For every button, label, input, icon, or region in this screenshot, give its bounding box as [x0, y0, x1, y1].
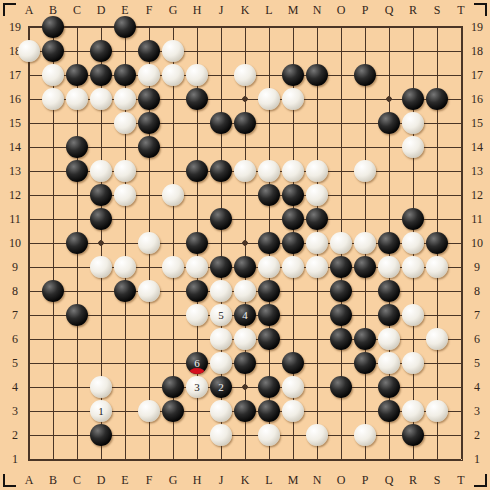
- intersection-Q1[interactable]: [377, 447, 401, 471]
- intersection-L10[interactable]: [257, 231, 281, 255]
- intersection-D14[interactable]: [89, 135, 113, 159]
- intersection-C13[interactable]: [65, 159, 89, 183]
- intersection-R1[interactable]: [401, 447, 425, 471]
- intersection-M19[interactable]: [281, 15, 305, 39]
- intersection-D15[interactable]: [89, 111, 113, 135]
- intersection-R8[interactable]: [401, 279, 425, 303]
- intersection-A19[interactable]: [17, 15, 41, 39]
- intersection-B19[interactable]: [41, 15, 65, 39]
- intersection-E17[interactable]: [113, 63, 137, 87]
- intersection-N14[interactable]: [305, 135, 329, 159]
- intersection-F15[interactable]: [137, 111, 161, 135]
- intersection-T18[interactable]: [449, 39, 473, 63]
- intersection-A16[interactable]: [17, 87, 41, 111]
- intersection-P4[interactable]: [353, 375, 377, 399]
- intersection-J7[interactable]: 5: [209, 303, 233, 327]
- intersection-A12[interactable]: [17, 183, 41, 207]
- intersection-K9[interactable]: [233, 255, 257, 279]
- intersection-D16[interactable]: [89, 87, 113, 111]
- intersection-R19[interactable]: [401, 15, 425, 39]
- intersection-G6[interactable]: [161, 327, 185, 351]
- intersection-M8[interactable]: [281, 279, 305, 303]
- intersection-L9[interactable]: [257, 255, 281, 279]
- intersection-O9[interactable]: [329, 255, 353, 279]
- intersection-P12[interactable]: [353, 183, 377, 207]
- intersection-K15[interactable]: [233, 111, 257, 135]
- intersection-C5[interactable]: [65, 351, 89, 375]
- intersection-H4[interactable]: 3: [185, 375, 209, 399]
- intersection-T1[interactable]: [449, 447, 473, 471]
- intersection-C3[interactable]: [65, 399, 89, 423]
- intersection-T12[interactable]: [449, 183, 473, 207]
- intersection-R9[interactable]: [401, 255, 425, 279]
- intersection-P5[interactable]: [353, 351, 377, 375]
- intersection-C16[interactable]: [65, 87, 89, 111]
- intersection-M3[interactable]: [281, 399, 305, 423]
- intersection-D17[interactable]: [89, 63, 113, 87]
- intersection-D18[interactable]: [89, 39, 113, 63]
- intersection-B2[interactable]: [41, 423, 65, 447]
- intersection-N19[interactable]: [305, 15, 329, 39]
- intersection-J14[interactable]: [209, 135, 233, 159]
- intersection-B7[interactable]: [41, 303, 65, 327]
- intersection-S15[interactable]: [425, 111, 449, 135]
- intersection-S19[interactable]: [425, 15, 449, 39]
- intersection-R18[interactable]: [401, 39, 425, 63]
- intersection-E8[interactable]: [113, 279, 137, 303]
- intersection-O8[interactable]: [329, 279, 353, 303]
- intersection-O14[interactable]: [329, 135, 353, 159]
- intersection-A3[interactable]: [17, 399, 41, 423]
- intersection-C19[interactable]: [65, 15, 89, 39]
- intersection-G1[interactable]: [161, 447, 185, 471]
- intersection-F18[interactable]: [137, 39, 161, 63]
- intersection-Q16[interactable]: [377, 87, 401, 111]
- intersection-O7[interactable]: [329, 303, 353, 327]
- intersection-F14[interactable]: [137, 135, 161, 159]
- intersection-O12[interactable]: [329, 183, 353, 207]
- intersection-G14[interactable]: [161, 135, 185, 159]
- intersection-L15[interactable]: [257, 111, 281, 135]
- intersection-G2[interactable]: [161, 423, 185, 447]
- intersection-J19[interactable]: [209, 15, 233, 39]
- intersection-E1[interactable]: [113, 447, 137, 471]
- intersection-K8[interactable]: [233, 279, 257, 303]
- intersection-P8[interactable]: [353, 279, 377, 303]
- intersection-S2[interactable]: [425, 423, 449, 447]
- intersection-K10[interactable]: [233, 231, 257, 255]
- intersection-P17[interactable]: [353, 63, 377, 87]
- intersection-M18[interactable]: [281, 39, 305, 63]
- intersection-O3[interactable]: [329, 399, 353, 423]
- intersection-T17[interactable]: [449, 63, 473, 87]
- intersection-T3[interactable]: [449, 399, 473, 423]
- intersection-D1[interactable]: [89, 447, 113, 471]
- intersection-H6[interactable]: [185, 327, 209, 351]
- intersection-K16[interactable]: [233, 87, 257, 111]
- intersection-H1[interactable]: [185, 447, 209, 471]
- intersection-P10[interactable]: [353, 231, 377, 255]
- intersection-P7[interactable]: [353, 303, 377, 327]
- intersection-J11[interactable]: [209, 207, 233, 231]
- intersection-J16[interactable]: [209, 87, 233, 111]
- intersection-S11[interactable]: [425, 207, 449, 231]
- intersection-F10[interactable]: [137, 231, 161, 255]
- intersection-F9[interactable]: [137, 255, 161, 279]
- intersection-N12[interactable]: [305, 183, 329, 207]
- intersection-H14[interactable]: [185, 135, 209, 159]
- intersection-T4[interactable]: [449, 375, 473, 399]
- intersection-T15[interactable]: [449, 111, 473, 135]
- intersection-H9[interactable]: [185, 255, 209, 279]
- intersection-A18[interactable]: [17, 39, 41, 63]
- intersection-A11[interactable]: [17, 207, 41, 231]
- intersection-J3[interactable]: [209, 399, 233, 423]
- intersection-D3[interactable]: 1: [89, 399, 113, 423]
- intersection-N11[interactable]: [305, 207, 329, 231]
- intersection-C1[interactable]: [65, 447, 89, 471]
- intersection-F2[interactable]: [137, 423, 161, 447]
- intersection-M15[interactable]: [281, 111, 305, 135]
- intersection-E12[interactable]: [113, 183, 137, 207]
- intersection-G8[interactable]: [161, 279, 185, 303]
- intersection-N16[interactable]: [305, 87, 329, 111]
- intersection-S18[interactable]: [425, 39, 449, 63]
- intersection-K5[interactable]: [233, 351, 257, 375]
- intersection-P16[interactable]: [353, 87, 377, 111]
- intersection-N2[interactable]: [305, 423, 329, 447]
- intersection-A4[interactable]: [17, 375, 41, 399]
- intersection-R5[interactable]: [401, 351, 425, 375]
- intersection-K4[interactable]: [233, 375, 257, 399]
- intersection-T9[interactable]: [449, 255, 473, 279]
- intersection-A13[interactable]: [17, 159, 41, 183]
- intersection-C14[interactable]: [65, 135, 89, 159]
- intersection-R2[interactable]: [401, 423, 425, 447]
- intersection-C2[interactable]: [65, 423, 89, 447]
- intersection-A10[interactable]: [17, 231, 41, 255]
- intersection-T10[interactable]: [449, 231, 473, 255]
- intersection-L14[interactable]: [257, 135, 281, 159]
- intersection-O13[interactable]: [329, 159, 353, 183]
- intersection-Q12[interactable]: [377, 183, 401, 207]
- intersection-P13[interactable]: [353, 159, 377, 183]
- intersection-S1[interactable]: [425, 447, 449, 471]
- intersection-Q11[interactable]: [377, 207, 401, 231]
- intersection-S7[interactable]: [425, 303, 449, 327]
- intersection-T5[interactable]: [449, 351, 473, 375]
- intersection-H13[interactable]: [185, 159, 209, 183]
- intersection-G18[interactable]: [161, 39, 185, 63]
- intersection-H15[interactable]: [185, 111, 209, 135]
- intersection-S6[interactable]: [425, 327, 449, 351]
- intersection-B8[interactable]: [41, 279, 65, 303]
- intersection-S14[interactable]: [425, 135, 449, 159]
- intersection-C12[interactable]: [65, 183, 89, 207]
- intersection-S9[interactable]: [425, 255, 449, 279]
- intersection-L12[interactable]: [257, 183, 281, 207]
- intersection-K3[interactable]: [233, 399, 257, 423]
- intersection-E11[interactable]: [113, 207, 137, 231]
- intersection-F13[interactable]: [137, 159, 161, 183]
- intersection-K2[interactable]: [233, 423, 257, 447]
- intersection-E5[interactable]: [113, 351, 137, 375]
- intersection-M5[interactable]: [281, 351, 305, 375]
- intersection-N8[interactable]: [305, 279, 329, 303]
- intersection-H12[interactable]: [185, 183, 209, 207]
- intersection-D12[interactable]: [89, 183, 113, 207]
- intersection-S3[interactable]: [425, 399, 449, 423]
- intersection-B9[interactable]: [41, 255, 65, 279]
- intersection-H19[interactable]: [185, 15, 209, 39]
- intersection-F17[interactable]: [137, 63, 161, 87]
- intersection-B15[interactable]: [41, 111, 65, 135]
- intersection-D8[interactable]: [89, 279, 113, 303]
- intersection-L1[interactable]: [257, 447, 281, 471]
- intersection-T16[interactable]: [449, 87, 473, 111]
- intersection-D11[interactable]: [89, 207, 113, 231]
- intersection-G3[interactable]: [161, 399, 185, 423]
- intersection-O2[interactable]: [329, 423, 353, 447]
- intersection-S13[interactable]: [425, 159, 449, 183]
- intersection-K6[interactable]: [233, 327, 257, 351]
- intersection-H10[interactable]: [185, 231, 209, 255]
- intersection-D6[interactable]: [89, 327, 113, 351]
- intersection-P6[interactable]: [353, 327, 377, 351]
- intersection-A8[interactable]: [17, 279, 41, 303]
- intersection-E9[interactable]: [113, 255, 137, 279]
- intersection-M9[interactable]: [281, 255, 305, 279]
- intersection-D19[interactable]: [89, 15, 113, 39]
- intersection-E14[interactable]: [113, 135, 137, 159]
- intersection-C11[interactable]: [65, 207, 89, 231]
- intersection-N15[interactable]: [305, 111, 329, 135]
- intersection-F19[interactable]: [137, 15, 161, 39]
- intersection-F7[interactable]: [137, 303, 161, 327]
- intersection-B1[interactable]: [41, 447, 65, 471]
- intersection-F5[interactable]: [137, 351, 161, 375]
- intersection-B18[interactable]: [41, 39, 65, 63]
- intersection-T11[interactable]: [449, 207, 473, 231]
- intersection-R17[interactable]: [401, 63, 425, 87]
- intersection-A1[interactable]: [17, 447, 41, 471]
- intersection-C18[interactable]: [65, 39, 89, 63]
- intersection-B12[interactable]: [41, 183, 65, 207]
- intersection-D13[interactable]: [89, 159, 113, 183]
- intersection-K7[interactable]: 4: [233, 303, 257, 327]
- intersection-A2[interactable]: [17, 423, 41, 447]
- intersection-K1[interactable]: [233, 447, 257, 471]
- intersection-K11[interactable]: [233, 207, 257, 231]
- intersection-N18[interactable]: [305, 39, 329, 63]
- intersection-N6[interactable]: [305, 327, 329, 351]
- intersection-E15[interactable]: [113, 111, 137, 135]
- intersection-G11[interactable]: [161, 207, 185, 231]
- intersection-N7[interactable]: [305, 303, 329, 327]
- intersection-G19[interactable]: [161, 15, 185, 39]
- intersection-J4[interactable]: 2: [209, 375, 233, 399]
- intersection-L5[interactable]: [257, 351, 281, 375]
- intersection-A5[interactable]: [17, 351, 41, 375]
- intersection-J8[interactable]: [209, 279, 233, 303]
- intersection-N1[interactable]: [305, 447, 329, 471]
- intersection-M11[interactable]: [281, 207, 305, 231]
- intersection-R14[interactable]: [401, 135, 425, 159]
- intersection-P2[interactable]: [353, 423, 377, 447]
- intersection-H16[interactable]: [185, 87, 209, 111]
- intersection-M6[interactable]: [281, 327, 305, 351]
- intersection-Q17[interactable]: [377, 63, 401, 87]
- intersection-J12[interactable]: [209, 183, 233, 207]
- intersection-D10[interactable]: [89, 231, 113, 255]
- intersection-A14[interactable]: [17, 135, 41, 159]
- intersection-M16[interactable]: [281, 87, 305, 111]
- intersection-G10[interactable]: [161, 231, 185, 255]
- intersection-L19[interactable]: [257, 15, 281, 39]
- intersection-E7[interactable]: [113, 303, 137, 327]
- intersection-B14[interactable]: [41, 135, 65, 159]
- intersection-J1[interactable]: [209, 447, 233, 471]
- intersection-R4[interactable]: [401, 375, 425, 399]
- intersection-C6[interactable]: [65, 327, 89, 351]
- intersection-S17[interactable]: [425, 63, 449, 87]
- intersection-A15[interactable]: [17, 111, 41, 135]
- intersection-H2[interactable]: [185, 423, 209, 447]
- intersection-D9[interactable]: [89, 255, 113, 279]
- intersection-J13[interactable]: [209, 159, 233, 183]
- intersection-G9[interactable]: [161, 255, 185, 279]
- intersection-R16[interactable]: [401, 87, 425, 111]
- intersection-N9[interactable]: [305, 255, 329, 279]
- intersection-N3[interactable]: [305, 399, 329, 423]
- intersection-Q6[interactable]: [377, 327, 401, 351]
- intersection-N5[interactable]: [305, 351, 329, 375]
- intersection-Q14[interactable]: [377, 135, 401, 159]
- intersection-Q3[interactable]: [377, 399, 401, 423]
- intersection-K17[interactable]: [233, 63, 257, 87]
- intersection-F3[interactable]: [137, 399, 161, 423]
- intersection-K14[interactable]: [233, 135, 257, 159]
- intersection-O4[interactable]: [329, 375, 353, 399]
- intersection-E19[interactable]: [113, 15, 137, 39]
- intersection-H11[interactable]: [185, 207, 209, 231]
- intersection-B11[interactable]: [41, 207, 65, 231]
- intersection-T7[interactable]: [449, 303, 473, 327]
- intersection-P3[interactable]: [353, 399, 377, 423]
- intersection-L6[interactable]: [257, 327, 281, 351]
- intersection-G13[interactable]: [161, 159, 185, 183]
- intersection-M12[interactable]: [281, 183, 305, 207]
- intersection-C17[interactable]: [65, 63, 89, 87]
- intersection-E16[interactable]: [113, 87, 137, 111]
- intersection-F11[interactable]: [137, 207, 161, 231]
- intersection-K18[interactable]: [233, 39, 257, 63]
- intersection-R13[interactable]: [401, 159, 425, 183]
- intersection-P18[interactable]: [353, 39, 377, 63]
- intersection-G17[interactable]: [161, 63, 185, 87]
- intersection-D7[interactable]: [89, 303, 113, 327]
- intersection-M10[interactable]: [281, 231, 305, 255]
- intersection-K12[interactable]: [233, 183, 257, 207]
- intersection-L4[interactable]: [257, 375, 281, 399]
- intersection-L7[interactable]: [257, 303, 281, 327]
- intersection-Q13[interactable]: [377, 159, 401, 183]
- intersection-G5[interactable]: [161, 351, 185, 375]
- intersection-S16[interactable]: [425, 87, 449, 111]
- intersection-T14[interactable]: [449, 135, 473, 159]
- intersection-B16[interactable]: [41, 87, 65, 111]
- intersection-J15[interactable]: [209, 111, 233, 135]
- intersection-P14[interactable]: [353, 135, 377, 159]
- intersection-N13[interactable]: [305, 159, 329, 183]
- intersection-T19[interactable]: [449, 15, 473, 39]
- intersection-S12[interactable]: [425, 183, 449, 207]
- intersection-P9[interactable]: [353, 255, 377, 279]
- intersection-A7[interactable]: [17, 303, 41, 327]
- intersection-E4[interactable]: [113, 375, 137, 399]
- intersection-D2[interactable]: [89, 423, 113, 447]
- intersection-C15[interactable]: [65, 111, 89, 135]
- intersection-J17[interactable]: [209, 63, 233, 87]
- intersection-D5[interactable]: [89, 351, 113, 375]
- intersection-T13[interactable]: [449, 159, 473, 183]
- intersection-S8[interactable]: [425, 279, 449, 303]
- intersection-M17[interactable]: [281, 63, 305, 87]
- intersection-C8[interactable]: [65, 279, 89, 303]
- intersection-D4[interactable]: [89, 375, 113, 399]
- intersection-Q10[interactable]: [377, 231, 401, 255]
- intersection-R11[interactable]: [401, 207, 425, 231]
- intersection-O16[interactable]: [329, 87, 353, 111]
- intersection-A17[interactable]: [17, 63, 41, 87]
- intersection-B5[interactable]: [41, 351, 65, 375]
- intersection-H3[interactable]: [185, 399, 209, 423]
- intersection-L3[interactable]: [257, 399, 281, 423]
- intersection-O18[interactable]: [329, 39, 353, 63]
- intersection-M4[interactable]: [281, 375, 305, 399]
- intersection-B6[interactable]: [41, 327, 65, 351]
- intersection-S10[interactable]: [425, 231, 449, 255]
- intersection-F4[interactable]: [137, 375, 161, 399]
- intersection-Q7[interactable]: [377, 303, 401, 327]
- intersection-H5[interactable]: 6: [185, 351, 209, 375]
- intersection-K13[interactable]: [233, 159, 257, 183]
- intersection-L16[interactable]: [257, 87, 281, 111]
- intersection-A6[interactable]: [17, 327, 41, 351]
- intersection-N4[interactable]: [305, 375, 329, 399]
- intersection-P1[interactable]: [353, 447, 377, 471]
- intersection-R6[interactable]: [401, 327, 425, 351]
- intersection-E18[interactable]: [113, 39, 137, 63]
- intersection-R10[interactable]: [401, 231, 425, 255]
- intersection-J6[interactable]: [209, 327, 233, 351]
- intersection-C7[interactable]: [65, 303, 89, 327]
- intersection-F8[interactable]: [137, 279, 161, 303]
- intersection-B10[interactable]: [41, 231, 65, 255]
- intersection-O5[interactable]: [329, 351, 353, 375]
- intersection-N10[interactable]: [305, 231, 329, 255]
- intersection-M2[interactable]: [281, 423, 305, 447]
- intersection-B13[interactable]: [41, 159, 65, 183]
- intersection-G7[interactable]: [161, 303, 185, 327]
- intersection-O17[interactable]: [329, 63, 353, 87]
- intersection-T2[interactable]: [449, 423, 473, 447]
- intersection-T6[interactable]: [449, 327, 473, 351]
- intersection-F6[interactable]: [137, 327, 161, 351]
- intersection-L2[interactable]: [257, 423, 281, 447]
- intersection-P15[interactable]: [353, 111, 377, 135]
- intersection-C4[interactable]: [65, 375, 89, 399]
